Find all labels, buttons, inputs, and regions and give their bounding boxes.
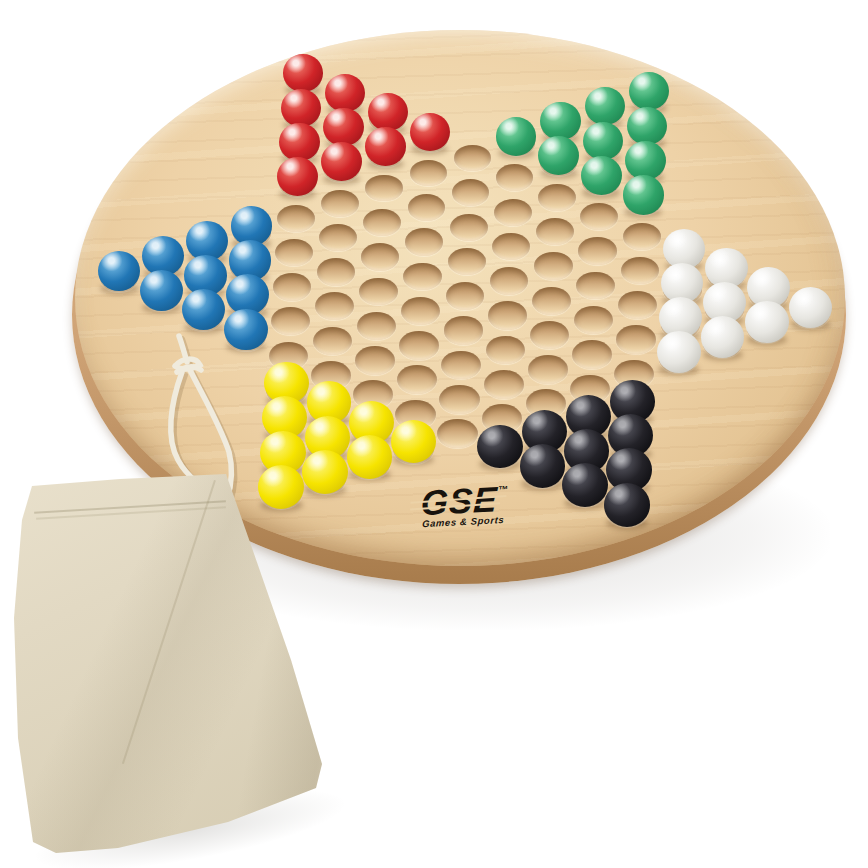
- marble-black[interactable]: [562, 463, 608, 507]
- board-hole[interactable]: [275, 239, 313, 267]
- marble-green[interactable]: [540, 102, 580, 140]
- marble-green[interactable]: [629, 72, 669, 110]
- marble-red[interactable]: [323, 108, 363, 146]
- marble-black[interactable]: [520, 444, 566, 488]
- board-hole[interactable]: [321, 190, 359, 217]
- board-hole[interactable]: [496, 164, 533, 191]
- board-hole[interactable]: [446, 282, 485, 310]
- marble-green[interactable]: [625, 141, 666, 180]
- marble-white[interactable]: [657, 331, 701, 373]
- marble-blue[interactable]: [140, 270, 183, 311]
- bag-side-seam: [122, 480, 216, 764]
- board-hole[interactable]: [454, 145, 491, 172]
- board-hole[interactable]: [363, 209, 401, 236]
- board-hole[interactable]: [405, 228, 443, 255]
- board-hole[interactable]: [538, 184, 576, 211]
- board-hole[interactable]: [572, 340, 612, 369]
- marble-red[interactable]: [368, 93, 408, 131]
- board-hole[interactable]: [494, 199, 532, 226]
- marble-green[interactable]: [581, 156, 622, 195]
- marble-yellow[interactable]: [347, 435, 393, 479]
- board-hole[interactable]: [403, 263, 442, 291]
- marble-red[interactable]: [281, 89, 321, 127]
- marble-black[interactable]: [477, 425, 523, 468]
- board-hole[interactable]: [277, 205, 315, 232]
- marble-white[interactable]: [789, 287, 832, 328]
- board-hole[interactable]: [576, 272, 615, 300]
- board-hole[interactable]: [399, 331, 439, 360]
- board-hole[interactable]: [488, 301, 527, 329]
- board-hole[interactable]: [439, 385, 480, 414]
- board-hole[interactable]: [528, 355, 568, 384]
- board-hole[interactable]: [359, 278, 398, 306]
- board-hole[interactable]: [319, 224, 357, 251]
- marble-red[interactable]: [277, 157, 318, 196]
- board-hole[interactable]: [317, 258, 356, 286]
- trademark-symbol: ™: [498, 484, 509, 496]
- marble-yellow[interactable]: [302, 450, 348, 494]
- board-hole[interactable]: [492, 233, 530, 260]
- board-hole[interactable]: [534, 252, 573, 280]
- board-hole[interactable]: [532, 287, 571, 315]
- marble-white[interactable]: [701, 316, 745, 358]
- marble-red[interactable]: [321, 142, 362, 181]
- marble-green[interactable]: [583, 122, 624, 161]
- board-hole[interactable]: [616, 325, 656, 353]
- marble-green[interactable]: [585, 87, 625, 125]
- board-hole[interactable]: [444, 316, 484, 344]
- board-hole[interactable]: [484, 370, 524, 399]
- marble-green[interactable]: [496, 117, 536, 156]
- marble-blue[interactable]: [224, 309, 268, 351]
- marble-green[interactable]: [623, 175, 664, 215]
- bag-hem-stitch: [36, 506, 226, 520]
- board-hole[interactable]: [365, 175, 402, 202]
- marble-white[interactable]: [745, 301, 789, 343]
- marble-red[interactable]: [283, 54, 323, 92]
- board-hole[interactable]: [578, 237, 616, 265]
- brand-logo: GSE™ Games & Sports: [403, 483, 525, 530]
- board-hole[interactable]: [355, 346, 395, 375]
- board-hole[interactable]: [452, 179, 489, 206]
- marble-red[interactable]: [365, 127, 406, 166]
- board-hole[interactable]: [450, 214, 488, 241]
- marble-red[interactable]: [279, 123, 320, 162]
- marble-black[interactable]: [604, 483, 650, 527]
- marble-green[interactable]: [538, 136, 579, 175]
- marble-red[interactable]: [410, 113, 450, 152]
- board-hole[interactable]: [410, 160, 447, 187]
- board-hole[interactable]: [490, 267, 529, 295]
- marble-yellow[interactable]: [258, 465, 304, 509]
- board-hole[interactable]: [273, 273, 312, 301]
- board-hole[interactable]: [361, 243, 399, 271]
- board-hole[interactable]: [408, 194, 446, 221]
- marble-green[interactable]: [627, 107, 667, 145]
- marble-red[interactable]: [325, 74, 365, 112]
- product-photo-scene: GSE™ Games & Sports: [0, 0, 868, 868]
- board-hole[interactable]: [623, 223, 661, 250]
